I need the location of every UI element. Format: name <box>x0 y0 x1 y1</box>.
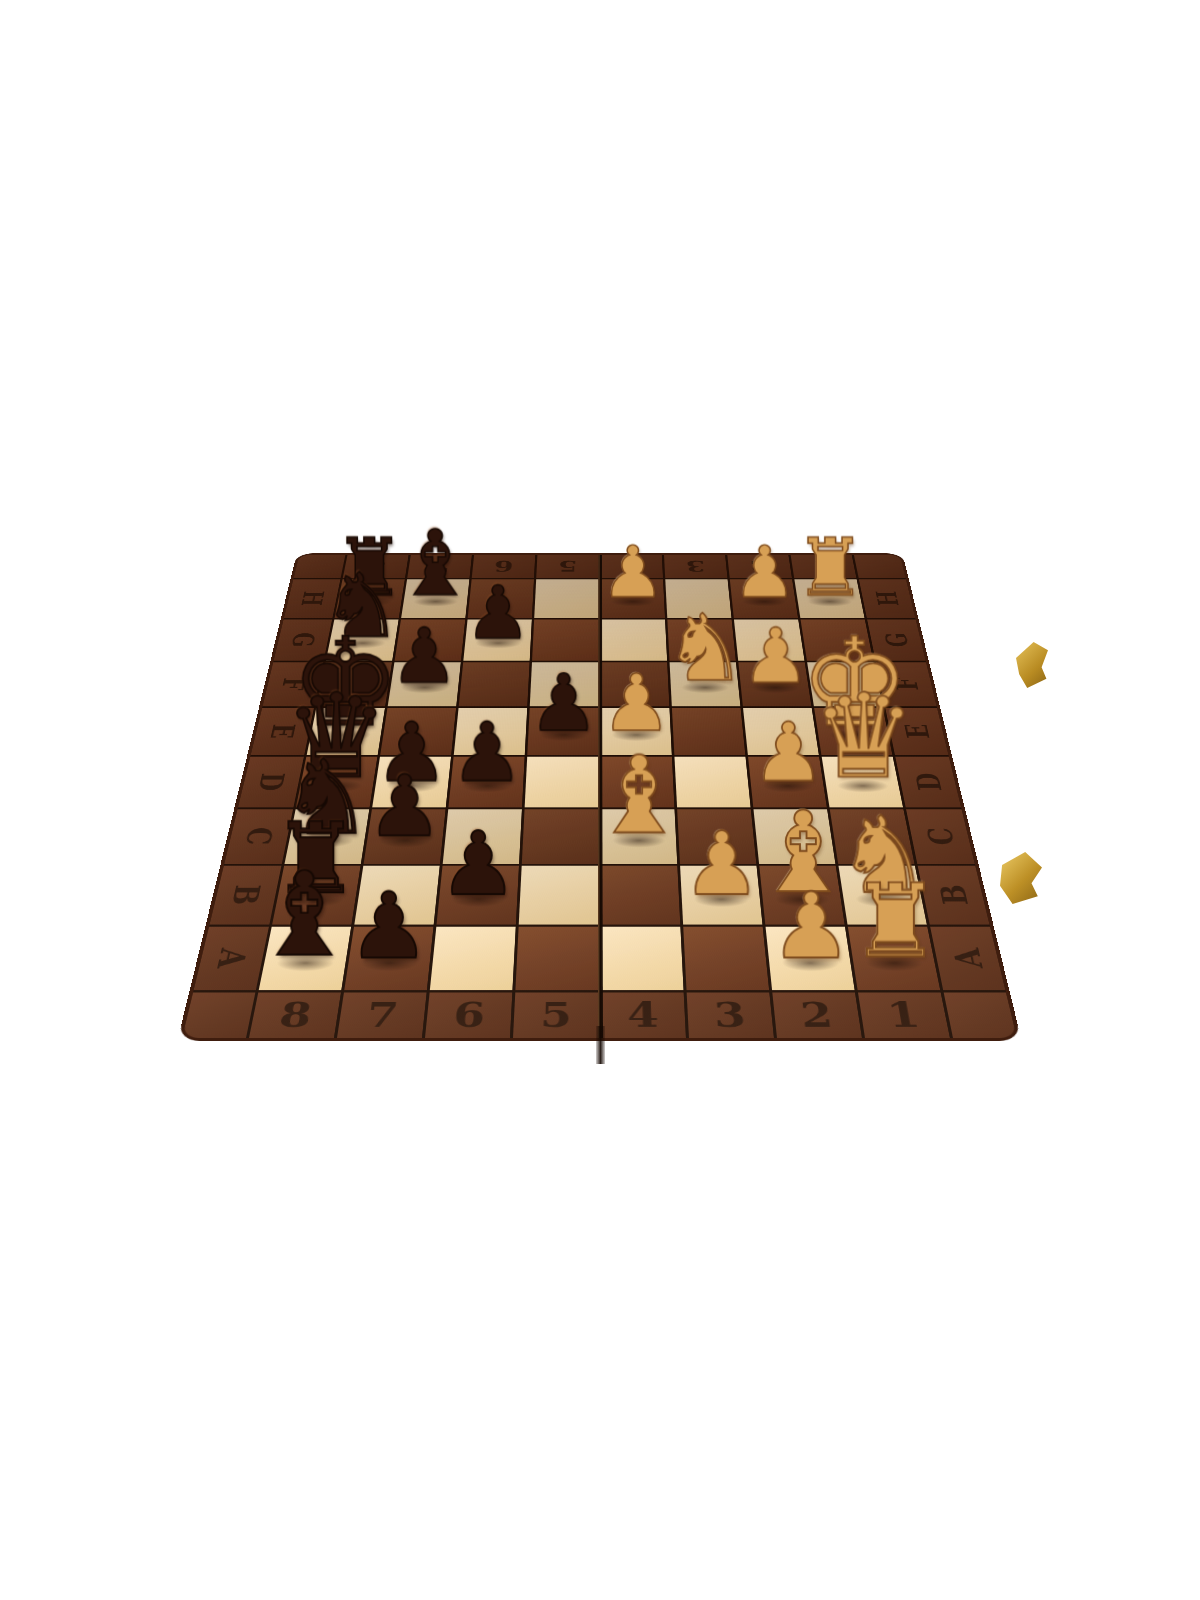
white-pawn-glyph: ♟ <box>770 885 852 969</box>
file-label-b-right: B <box>906 875 1000 916</box>
rank-label-6-near: 6 <box>425 993 512 1038</box>
file-label-c-left: C <box>213 818 304 856</box>
black-pawn-glyph: ♟ <box>528 667 598 739</box>
black-pawn-glyph: ♟ <box>450 715 523 790</box>
square-h5[interactable] <box>534 579 598 618</box>
file-label-a-right: A <box>918 936 1016 980</box>
rank-label-3-far: 3 <box>664 555 727 578</box>
board-corner <box>182 993 255 1038</box>
square-g4[interactable] <box>601 619 667 660</box>
file-label-f-right: F <box>866 669 947 699</box>
square-c5[interactable] <box>522 809 598 864</box>
square-f6[interactable] <box>459 662 530 706</box>
rank-label-5-near: 5 <box>513 993 598 1038</box>
rank-label-4-far: 4 <box>601 555 663 578</box>
black-pawn-glyph: ♟ <box>348 885 430 969</box>
white-pawn-glyph: ♟ <box>682 824 761 905</box>
file-label-d-left: D <box>227 765 314 800</box>
rank-label-7-near: 7 <box>337 993 427 1038</box>
file-label-h-right: H <box>849 585 924 612</box>
rank-label-2-near: 2 <box>772 993 862 1038</box>
white-knight-glyph: ♞ <box>664 607 746 691</box>
chess-board-scene: 87654321HHGGFFEEDDCCBBAA87654321♜♝♟♟♜♞♟♟… <box>175 408 1025 1038</box>
file-label-e-left: E <box>240 715 324 748</box>
square-d5[interactable] <box>525 757 599 808</box>
black-pawn-glyph: ♟ <box>366 768 442 846</box>
rank-label-2-far: 2 <box>727 555 792 578</box>
file-label-a-left: A <box>182 936 281 980</box>
rank-label-1-near: 1 <box>858 993 950 1038</box>
white-pawn-glyph: ♟ <box>601 667 671 739</box>
chess-board: 87654321HHGGFFEEDDCCBBAA87654321♜♝♟♟♜♞♟♟… <box>182 555 1017 1038</box>
file-label-f-left: F <box>253 669 334 699</box>
white-pawn-glyph: ♟ <box>751 715 824 790</box>
rank-label-7-far: 7 <box>407 555 472 578</box>
square-b4[interactable] <box>601 866 680 925</box>
rank-label-8-far: 8 <box>343 555 409 578</box>
file-label-e-right: E <box>875 715 959 748</box>
black-pawn-glyph: ♟ <box>465 579 531 647</box>
rank-label-6-far: 6 <box>472 555 535 578</box>
rank-label-8-near: 8 <box>249 993 341 1038</box>
file-label-c-right: C <box>895 818 986 856</box>
file-label-g-right: G <box>857 626 935 654</box>
file-label-g-left: G <box>264 626 342 654</box>
rank-label-3-near: 3 <box>687 993 774 1038</box>
black-pawn-glyph: ♟ <box>438 824 517 905</box>
file-label-h-left: H <box>275 585 350 612</box>
rank-label-1-far: 1 <box>791 555 857 578</box>
file-label-d-right: D <box>885 765 972 800</box>
square-a4[interactable] <box>601 927 684 991</box>
rank-label-5-far: 5 <box>536 555 598 578</box>
file-label-b-left: B <box>198 875 292 916</box>
white-bishop-glyph: ♝ <box>590 746 686 845</box>
rank-label-4-near: 4 <box>601 993 686 1038</box>
square-a5[interactable] <box>515 927 598 991</box>
square-b5[interactable] <box>519 866 598 925</box>
square-a6[interactable] <box>430 927 516 991</box>
square-a3[interactable] <box>683 927 769 991</box>
square-g5[interactable] <box>532 619 598 660</box>
board-corner <box>944 993 1017 1038</box>
